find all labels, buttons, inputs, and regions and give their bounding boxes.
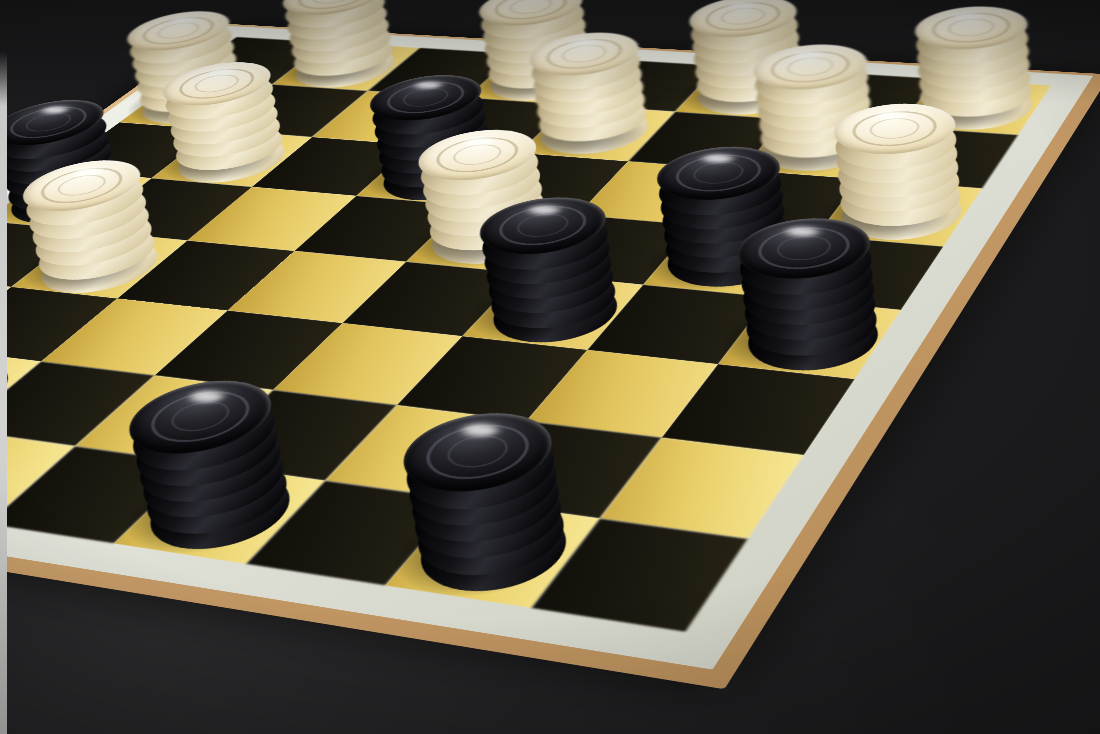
checkers-photo-scene bbox=[0, 0, 1100, 734]
photo-left-edge-strip bbox=[0, 52, 7, 734]
checkers-board bbox=[0, 37, 1051, 632]
square-r6c4-dark bbox=[155, 311, 343, 390]
camera-roll-wrapper bbox=[0, 0, 1100, 734]
